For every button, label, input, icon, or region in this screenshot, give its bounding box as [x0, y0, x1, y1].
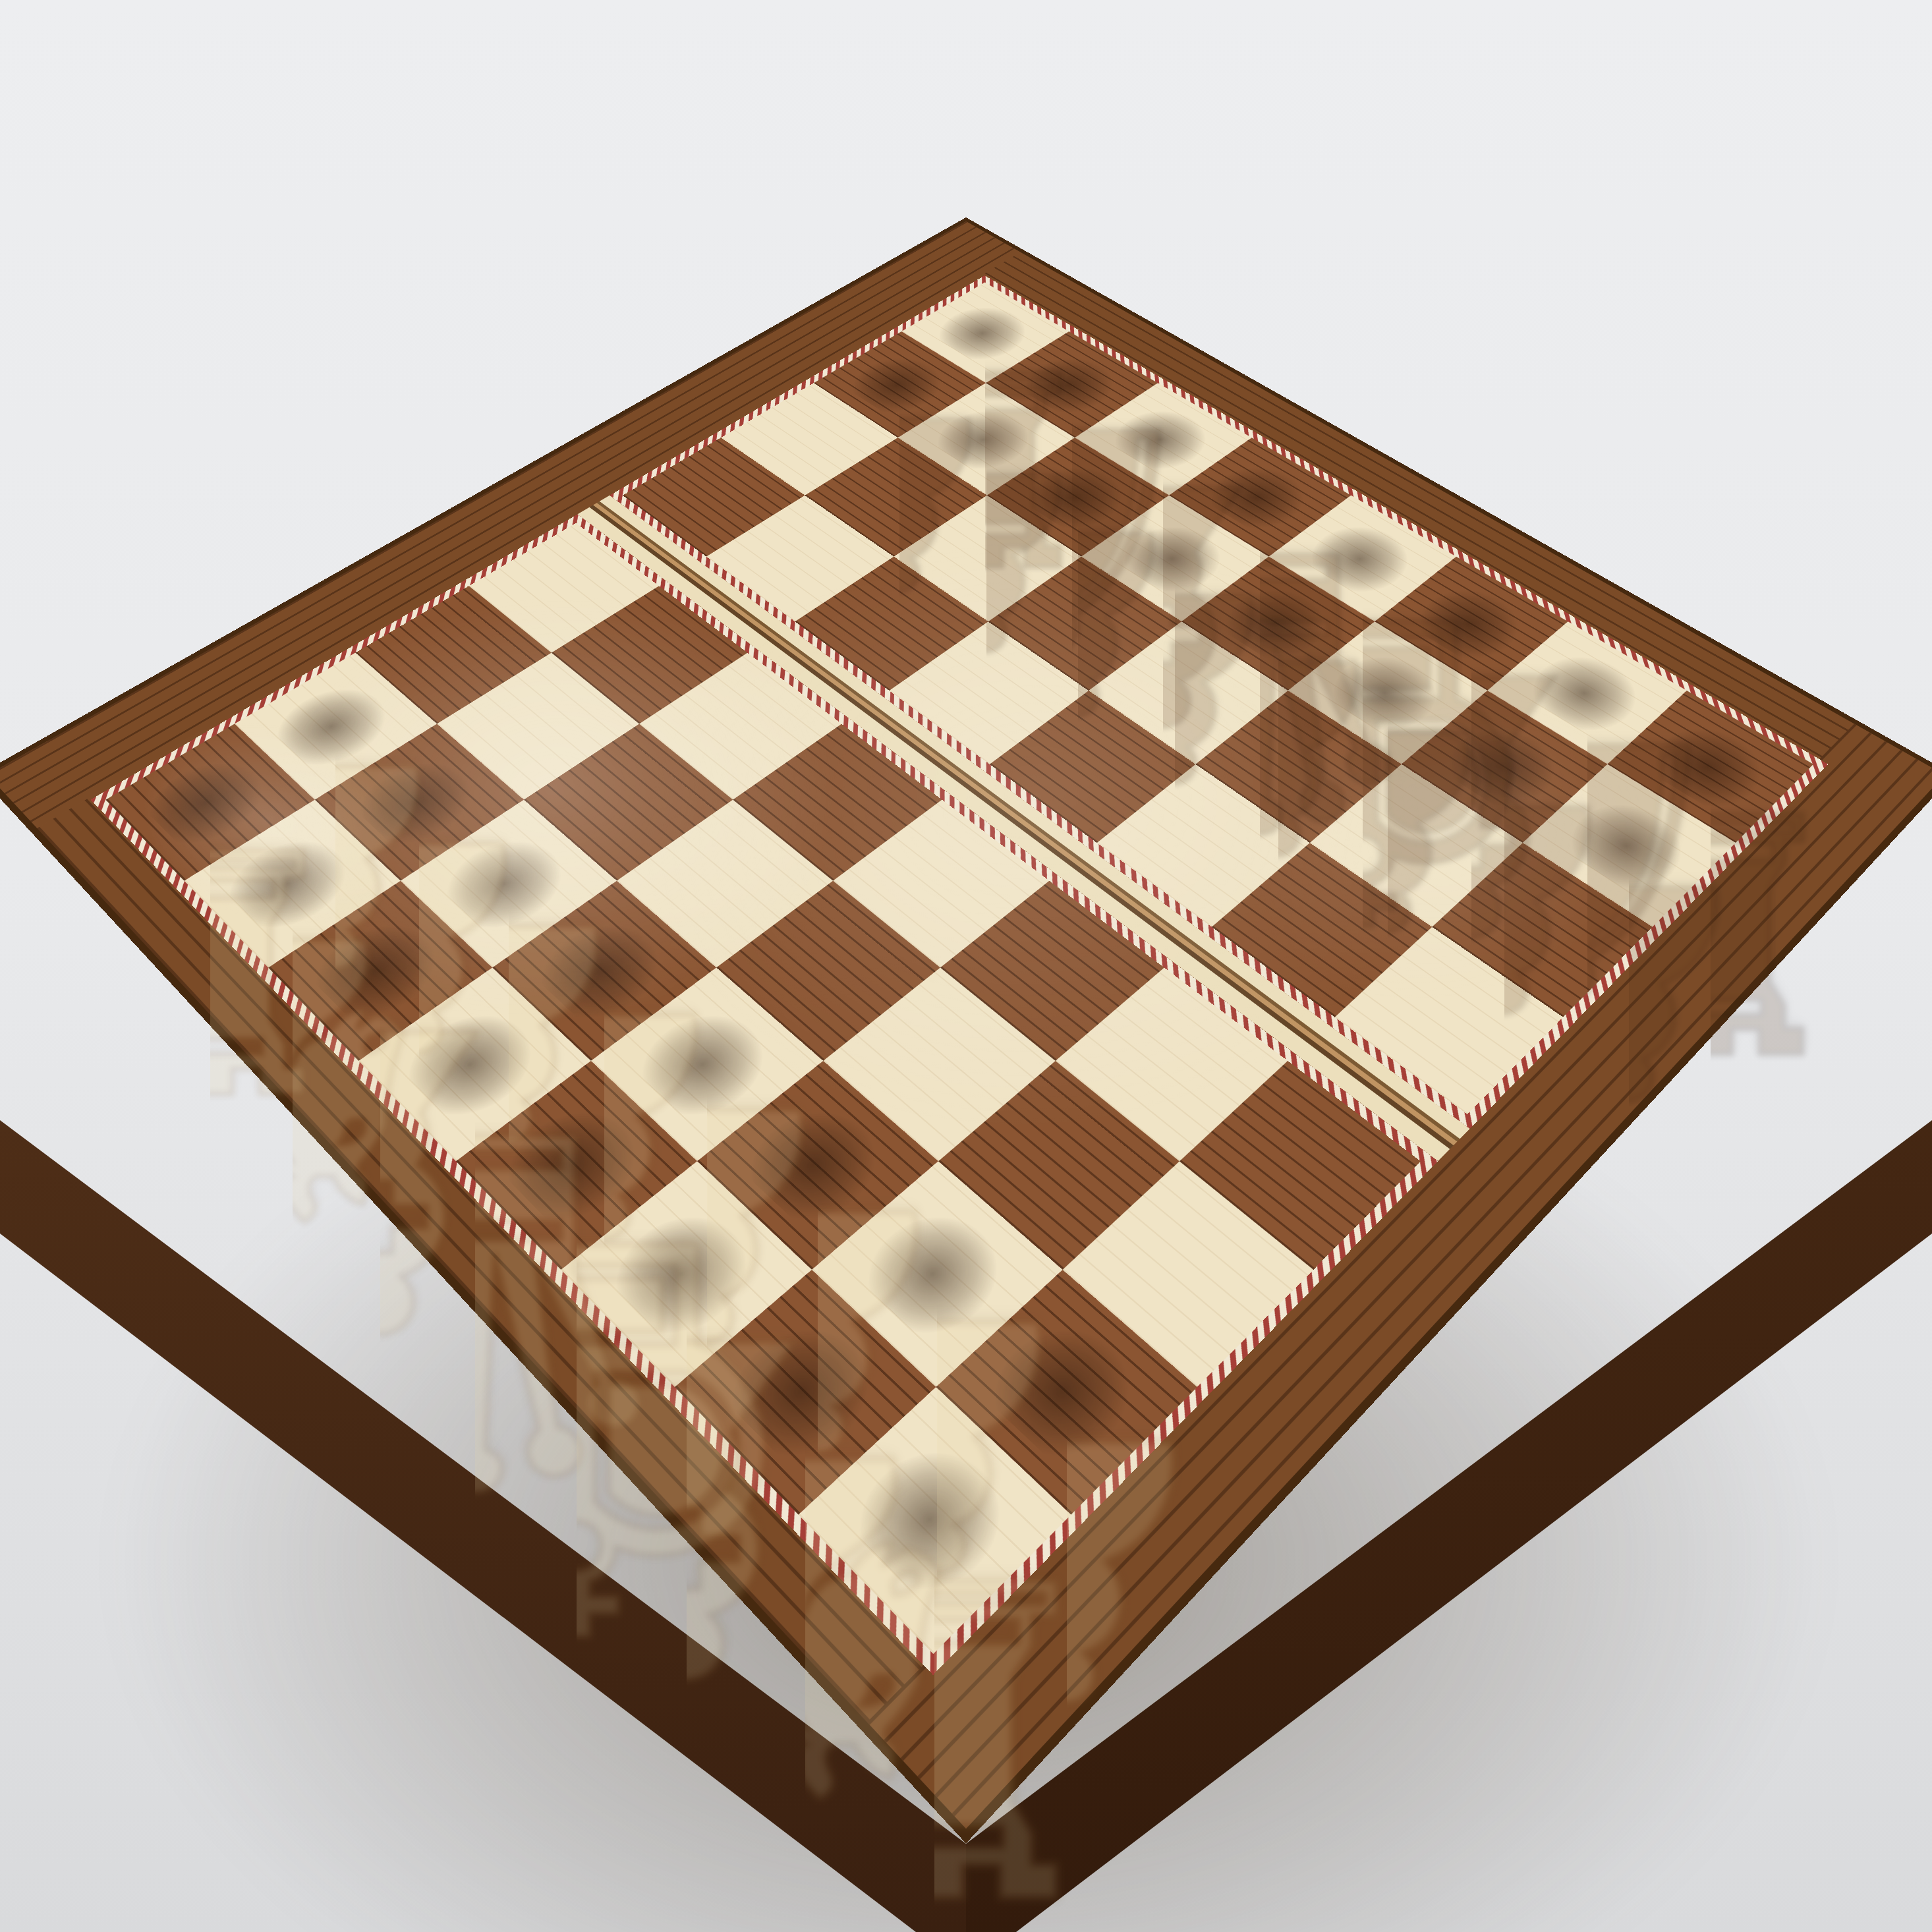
rook-glyph: ♜: [740, 1081, 1129, 1515]
photo-scene: ♜♜♞♞♝♝♛♛♚♚♝♝♞♞♜♜♟♟♟♟♟♟♟♟♟♟♟♟♟♟♟♟ ♟♟♟♟♟♟♟…: [0, 0, 1932, 1932]
perspective-layer: ♜♜♞♞♝♝♛♛♚♚♝♝♞♞♜♜♟♟♟♟♟♟♟♟♟♟♟♟♟♟♟♟ ♟♟♟♟♟♟♟…: [0, 0, 1932, 1932]
playing-field: ♜♜♞♞♝♝♛♛♚♚♝♝♞♞♜♜♟♟♟♟♟♟♟♟♟♟♟♟♟♟♟♟ ♟♟♟♟♟♟♟…: [91, 275, 1829, 1675]
chess-board: ♜♜♞♞♝♝♛♛♚♚♝♝♞♞♜♜♟♟♟♟♟♟♟♟♟♟♟♟♟♟♟♟ ♟♟♟♟♟♟♟…: [0, 217, 1932, 1844]
pawn-glyph: ♟: [1498, 552, 1760, 843]
